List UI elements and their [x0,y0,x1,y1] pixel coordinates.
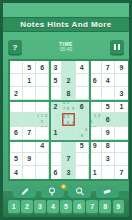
cell-r9c5[interactable]: 3 [62,166,75,179]
numpad-2[interactable]: 2 [21,200,33,213]
eraser-icon [101,186,113,197]
pencil-notes: 23478 [89,113,101,125]
sudoku-app: Notes Hints And More ? TIME 05:40 563479… [0,0,132,220]
cell-r9c8[interactable] [102,166,115,179]
cell-r7c5[interactable] [62,140,75,153]
hint-count-badge [61,184,66,189]
numpad-6[interactable]: 6 [73,200,85,213]
cell-r6c7[interactable] [89,127,102,140]
cell-r2c5[interactable]: 2 [62,74,75,87]
cell-r6c9[interactable] [115,127,128,140]
cell-r8c8[interactable]: 3 [102,153,115,166]
cell-r3c2[interactable] [23,87,36,100]
numpad-8[interactable]: 8 [99,200,111,213]
cell-r9c6[interactable] [76,166,89,179]
cell-r3c7[interactable] [89,87,102,100]
cell-r7c8[interactable]: 8 [102,140,115,153]
cell-r5c1[interactable] [10,113,23,126]
zoom-button[interactable] [68,186,91,198]
numpad-4[interactable]: 4 [47,200,59,213]
numpad-9[interactable]: 9 [113,200,125,213]
cell-r4c9[interactable]: 1 [115,100,128,113]
cell-r2c8[interactable]: 4 [102,74,115,87]
timer: TIME 05:40 [59,42,73,53]
cell-r5c8[interactable]: 6 [102,113,115,126]
cell-r4c3[interactable] [36,100,49,113]
cell-r3c8[interactable] [102,87,115,100]
magnifier-icon [74,186,86,197]
cell-r4c8[interactable]: 5 [102,100,115,113]
cell-r6c5[interactable] [62,127,75,140]
cell-r7c7[interactable]: 9 [89,140,102,153]
cell-r4c6[interactable]: 6 [76,100,89,113]
cell-r8c4[interactable] [49,153,62,166]
sudoku-grid: 5634791526428324578965112358945892347866… [10,61,128,179]
cell-r9c3[interactable] [36,166,49,179]
cell-r2c6[interactable] [76,74,89,87]
pencil-notes: 123589 [36,113,48,125]
cell-r3c4[interactable] [49,87,62,100]
numpad-5[interactable]: 5 [60,200,72,213]
cell-r4c4[interactable]: 2 [49,100,62,113]
cell-r5c6[interactable] [76,113,89,126]
cell-r6c8[interactable]: 9 [102,127,115,140]
cell-r9c7[interactable]: 1 [89,166,102,179]
cell-r6c1[interactable]: 6 [10,127,23,140]
cell-r7c3[interactable]: 4 [36,140,49,153]
help-button[interactable]: ? [8,40,22,54]
cell-r7c2[interactable] [23,140,36,153]
cell-r7c9[interactable] [115,140,128,153]
timer-value: 05:40 [60,47,73,53]
cell-r7c4[interactable] [49,140,62,153]
cell-r6c2[interactable]: 7 [23,127,36,140]
pencil-icon [19,186,31,197]
pencil-notes: 45789 [62,100,74,112]
cell-r1c8[interactable]: 7 [102,61,115,74]
cell-r1c9[interactable]: 9 [115,61,128,74]
cell-r5c7[interactable]: 23478 [89,113,102,126]
cell-r4c7[interactable] [89,100,102,113]
pencil-notes: 4589 [62,113,74,125]
pause-button[interactable] [110,40,124,54]
cell-r8c1[interactable]: 5 [10,153,23,166]
cell-r6c3[interactable] [36,127,49,140]
cell-r2c7[interactable]: 6 [89,74,102,87]
cell-r6c6[interactable]: 38 [76,127,89,140]
bulb-icon [46,186,58,197]
hint-button[interactable] [41,186,64,198]
cell-r2c4[interactable]: 5 [49,74,62,87]
cell-r8c6[interactable] [76,153,89,166]
cell-r7c1[interactable] [10,140,23,153]
cell-r4c5[interactable]: 45789 [62,100,75,113]
cell-r3c6[interactable] [76,87,89,100]
cell-r5c9[interactable] [115,113,128,126]
control-row: ? TIME 05:40 [8,39,124,55]
cell-r5c3[interactable]: 123589 [36,113,49,126]
cell-r4c2[interactable] [23,100,36,113]
cell-r8c9[interactable] [115,153,128,166]
cell-r5c4[interactable] [49,113,62,126]
cell-r1c3[interactable]: 6 [36,61,49,74]
cell-r1c4[interactable]: 3 [49,61,62,74]
cell-r2c1[interactable] [10,74,23,87]
cell-r3c1[interactable]: 2 [10,87,23,100]
cell-r1c7[interactable] [89,61,102,74]
cell-r4c1[interactable] [10,100,23,113]
numpad-1[interactable]: 1 [8,200,20,213]
notes-button[interactable] [13,186,36,198]
cell-r2c2[interactable]: 1 [23,74,36,87]
question-icon: ? [13,43,18,52]
cell-r5c5[interactable]: 4589 [62,113,75,126]
number-pad: 123456789 [8,200,124,213]
cell-r2c3[interactable] [36,74,49,87]
pause-icon [114,44,120,50]
cell-r9c2[interactable] [23,166,36,179]
cell-r9c1[interactable]: 4 [10,166,23,179]
cell-r1c5[interactable] [62,61,75,74]
cell-r3c9[interactable]: 3 [115,87,128,100]
cell-r8c3[interactable] [36,153,49,166]
erase-button[interactable] [96,186,119,198]
toolbar [13,185,119,198]
cell-r1c2[interactable]: 5 [23,61,36,74]
cell-r1c6[interactable]: 4 [76,61,89,74]
cell-r8c2[interactable]: 9 [23,153,36,166]
numpad-7[interactable]: 7 [86,200,98,213]
pencil-notes: 38 [76,127,88,139]
page-title: Notes Hints And More [20,20,111,29]
sudoku-board: 5634791526428324578965112358945892347866… [8,59,130,181]
cell-r3c3[interactable] [36,87,49,100]
cell-r7c6[interactable]: 5 [76,140,89,153]
numpad-3[interactable]: 3 [34,200,46,213]
cell-r9c9[interactable]: 7 [115,166,128,179]
cell-r5c2[interactable] [23,113,36,126]
title-bar: Notes Hints And More [3,17,129,32]
cell-r9c4[interactable]: 6 [49,166,62,179]
cell-r8c5[interactable]: 7 [62,153,75,166]
cell-r8c7[interactable] [89,153,102,166]
cell-r1c1[interactable] [10,61,23,74]
cell-r3c5[interactable]: 8 [62,87,75,100]
cell-r6c4[interactable]: 1 [49,127,62,140]
cell-r2c9[interactable] [115,74,128,87]
